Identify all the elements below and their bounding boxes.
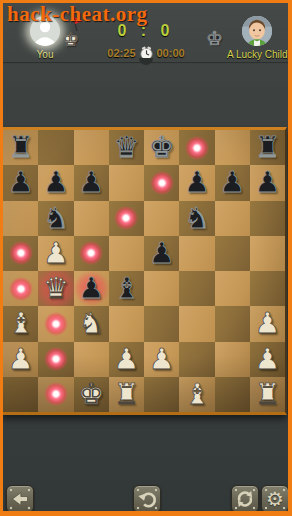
square-a4[interactable] [3,271,38,306]
square-e8[interactable]: ♚ [144,130,179,165]
square-d5[interactable] [109,236,144,271]
square-h2[interactable]: ♟ [250,342,285,377]
square-b4[interactable]: ♛ [38,271,73,306]
white-bishop-a3[interactable]: ♝ [8,309,34,338]
legal-move-dot-e7[interactable] [150,171,174,195]
square-a8[interactable]: ♜ [3,130,38,165]
legal-move-dot-f8[interactable] [185,136,209,160]
black-bishop-d4[interactable]: ♝ [113,274,139,303]
square-d6[interactable] [109,201,144,236]
frame-edge-left [0,0,3,516]
settings-button[interactable]: ⚙ [261,485,289,513]
legal-move-dot-a5[interactable] [9,241,33,265]
square-a7[interactable]: ♟ [3,165,38,200]
square-e1[interactable] [144,377,179,412]
legal-move-dot-d6[interactable] [114,206,138,230]
square-f1[interactable]: ♝ [179,377,214,412]
square-g7[interactable]: ♟ [215,165,250,200]
square-e3[interactable] [144,306,179,341]
white-timer: 02:25 [107,47,135,59]
square-f4[interactable] [179,271,214,306]
square-e5[interactable]: ♟ [144,236,179,271]
square-g6[interactable] [215,201,250,236]
square-b1[interactable] [38,377,73,412]
black-pawn-g7[interactable]: ♟ [219,168,245,197]
white-pawn-h3[interactable]: ♟ [254,309,280,338]
square-f8[interactable] [179,130,214,165]
square-d3[interactable] [109,306,144,341]
square-b5[interactable]: ♟ [38,236,73,271]
black-side-indicator: ♚ [206,29,223,48]
frame-edge-bottom [0,511,292,516]
square-h6[interactable] [250,201,285,236]
square-b7[interactable]: ♟ [38,165,73,200]
frame-edge-top [0,0,292,3]
square-g2[interactable] [215,342,250,377]
black-pawn-c4[interactable]: ♟ [78,274,104,303]
square-f3[interactable] [179,306,214,341]
black-pawn-f7[interactable]: ♟ [184,168,210,197]
watermark-text: hack-cheat.org [7,2,148,27]
square-d8[interactable]: ♛ [109,130,144,165]
black-pawn-h7[interactable]: ♟ [254,168,280,197]
square-h4[interactable] [250,271,285,306]
square-d4[interactable]: ♝ [109,271,144,306]
square-h8[interactable]: ♜ [250,130,285,165]
undo-button[interactable] [133,485,161,513]
square-g3[interactable] [215,306,250,341]
square-a3[interactable]: ♝ [3,306,38,341]
square-c8[interactable] [74,130,109,165]
black-knight-b6[interactable]: ♞ [43,204,69,233]
chess-board[interactable]: ♜♛♚♜♟♟♟♟♟♟♞♞♟♟♛♟♝♝♞♟♟♟♟♟♚♜♝♜ [3,130,285,412]
black-rook-h8[interactable]: ♜ [254,133,280,162]
white-player-name: You [37,49,54,60]
black-rook-a8[interactable]: ♜ [8,133,34,162]
black-player-avatar [242,16,272,46]
square-b3[interactable] [38,306,73,341]
square-e7[interactable] [144,165,179,200]
square-a2[interactable]: ♟ [3,342,38,377]
legal-move-dot-b2[interactable] [44,347,68,371]
square-f6[interactable]: ♞ [179,201,214,236]
back-arrow-icon [10,489,30,509]
square-a5[interactable] [3,236,38,271]
square-c5[interactable] [74,236,109,271]
flip-board-button[interactable] [231,485,259,513]
square-c6[interactable] [74,201,109,236]
white-rook-d1[interactable]: ♜ [113,380,139,409]
baby-photo-avatar [242,16,272,46]
board-frame: ♜♛♚♜♟♟♟♟♟♟♞♞♟♟♛♟♝♝♞♟♟♟♟♟♚♜♝♜ [1,127,287,415]
square-f5[interactable] [179,236,214,271]
square-f7[interactable]: ♟ [179,165,214,200]
white-knight-c3[interactable]: ♞ [78,309,104,338]
square-d1[interactable]: ♜ [109,377,144,412]
legal-move-dot-c5[interactable] [79,241,103,265]
black-king-e8[interactable]: ♚ [149,133,175,162]
square-d7[interactable] [109,165,144,200]
square-b8[interactable] [38,130,73,165]
square-h7[interactable]: ♟ [250,165,285,200]
white-bishop-f1[interactable]: ♝ [184,380,210,409]
square-d2[interactable]: ♟ [109,342,144,377]
back-button[interactable] [6,485,34,513]
square-h1[interactable]: ♜ [250,377,285,412]
square-f2[interactable] [179,342,214,377]
white-pawn-h2[interactable]: ♟ [254,345,280,374]
square-c3[interactable]: ♞ [74,306,109,341]
black-pawn-b7[interactable]: ♟ [43,168,69,197]
square-h5[interactable] [250,236,285,271]
black-queen-d8[interactable]: ♛ [113,133,139,162]
settings-gear-icon: ⚙ [266,489,284,509]
square-e6[interactable] [144,201,179,236]
square-g5[interactable] [215,236,250,271]
black-pawn-c7[interactable]: ♟ [78,168,104,197]
square-b6[interactable]: ♞ [38,201,73,236]
legal-move-dot-b3[interactable] [44,312,68,336]
black-pawn-a7[interactable]: ♟ [8,168,34,197]
square-h3[interactable]: ♟ [250,306,285,341]
square-a1[interactable] [3,377,38,412]
square-g8[interactable] [215,130,250,165]
white-pawn-a2[interactable]: ♟ [8,345,34,374]
flip-board-icon [235,489,255,509]
player-black: A Lucky Child [227,16,288,60]
white-queen-b4[interactable]: ♛ [43,274,69,303]
square-e2[interactable]: ♟ [144,342,179,377]
legal-move-dot-b1[interactable] [44,382,68,406]
white-king-icon: ♚ [62,28,79,50]
square-a6[interactable] [3,201,38,236]
square-g1[interactable] [215,377,250,412]
white-side-indicator: ♚ [62,30,79,49]
black-timer: 00:00 [157,47,185,59]
square-c7[interactable]: ♟ [74,165,109,200]
black-knight-f6[interactable]: ♞ [184,204,210,233]
square-g4[interactable] [215,271,250,306]
white-pawn-e2[interactable]: ♟ [149,345,175,374]
white-king-c1[interactable]: ♚ [78,380,104,409]
black-player-name: A Lucky Child [227,49,288,60]
square-c4[interactable]: ♟ [74,271,109,306]
white-pawn-b5[interactable]: ♟ [43,239,69,268]
square-c1[interactable]: ♚ [74,377,109,412]
white-pawn-d2[interactable]: ♟ [113,345,139,374]
frame-edge-right [288,0,292,516]
chess-app-screen: hack-cheat.org You ♚ 0 : 0 02:25 [0,0,292,516]
square-e4[interactable] [144,271,179,306]
black-king-icon: ♚ [206,27,223,49]
square-b2[interactable] [38,342,73,377]
black-pawn-e5[interactable]: ♟ [149,239,175,268]
legal-move-dot-a4[interactable] [9,277,33,301]
white-rook-h1[interactable]: ♜ [254,380,280,409]
square-c2[interactable] [74,342,109,377]
undo-arrow-icon [137,489,157,509]
